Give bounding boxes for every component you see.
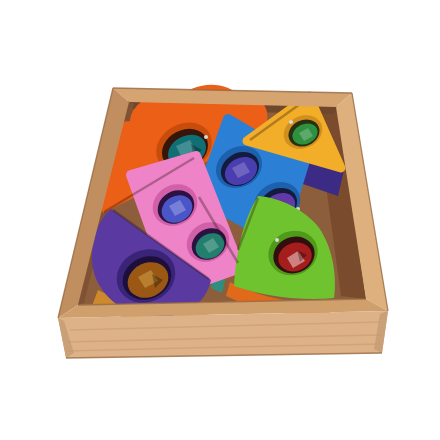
- tray-front-face: [58, 311, 388, 358]
- product-photo-scene: [0, 0, 440, 440]
- metal-pin: [289, 120, 293, 124]
- metal-pin: [275, 238, 279, 242]
- toy-tray-illustration: [0, 0, 440, 440]
- metal-pin: [204, 135, 208, 139]
